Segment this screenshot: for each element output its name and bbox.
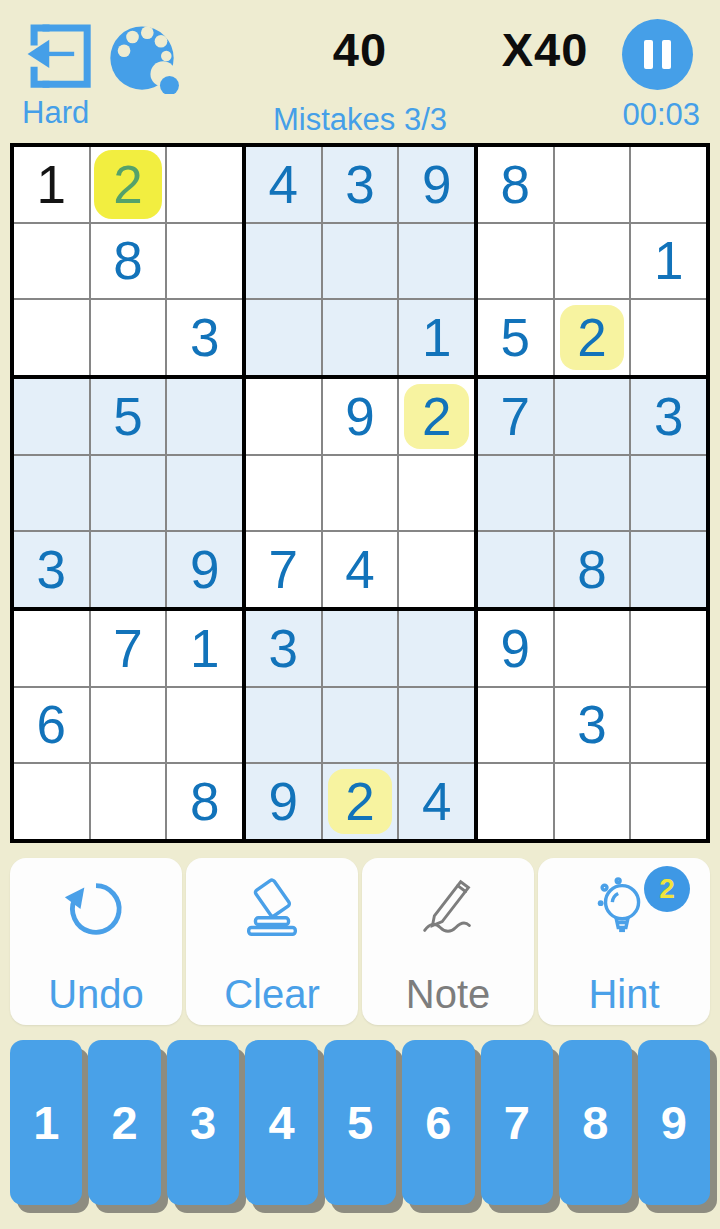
cell-digit: 4: [422, 775, 451, 828]
toolbar: Undo Clear: [10, 858, 710, 1025]
block-1: 4391: [246, 147, 474, 375]
cell-digit: 8: [501, 158, 530, 211]
cell-r7c1[interactable]: [14, 611, 89, 686]
block-5: 738: [478, 379, 706, 607]
cell-r5c3[interactable]: [167, 456, 242, 531]
cell-r6c6[interactable]: [399, 532, 474, 607]
undo-icon: [61, 874, 131, 947]
cell-r4c6[interactable]: 2: [399, 379, 474, 454]
cell-r3c3[interactable]: 3: [167, 300, 242, 375]
block-2: 8152: [478, 147, 706, 375]
cell-r1c4[interactable]: 4: [246, 147, 321, 222]
numpad: 123456789: [10, 1040, 710, 1205]
cell-r6c3[interactable]: 9: [167, 532, 242, 607]
cell-r8c1[interactable]: 6: [14, 688, 89, 763]
cell-r9c6[interactable]: 4: [399, 764, 474, 839]
cell-digit: 1: [37, 158, 66, 211]
cell-digit: 8: [577, 543, 606, 596]
cell-digit: 4: [345, 543, 374, 596]
cell-digit: 2: [422, 390, 451, 443]
cell-r6c8[interactable]: 8: [555, 532, 630, 607]
cell-r9c9[interactable]: [631, 764, 706, 839]
cell-r8c7[interactable]: [478, 688, 553, 763]
cell-r3c5[interactable]: [323, 300, 398, 375]
block-8: 93: [478, 611, 706, 839]
numpad-key-5[interactable]: 5: [324, 1040, 396, 1205]
cell-r1c7[interactable]: 8: [478, 147, 553, 222]
exit-button[interactable]: [20, 16, 98, 94]
cell-r9c5[interactable]: 2: [323, 764, 398, 839]
cell-digit: 4: [269, 158, 298, 211]
cell-r6c1[interactable]: 3: [14, 532, 89, 607]
cell-r9c8[interactable]: [555, 764, 630, 839]
cell-r2c4[interactable]: [246, 224, 321, 299]
pause-button[interactable]: [622, 19, 693, 90]
cell-digit: 7: [501, 390, 530, 443]
note-label: Note: [406, 972, 491, 1017]
block-7: 3924: [246, 611, 474, 839]
clear-button[interactable]: Clear: [186, 858, 358, 1025]
cell-r6c9[interactable]: [631, 532, 706, 607]
cell-r4c8[interactable]: [555, 379, 630, 454]
cell-digit: 9: [269, 775, 298, 828]
hint-count-badge: 2: [644, 866, 690, 912]
cell-digit: 9: [190, 543, 219, 596]
cell-r2c7[interactable]: [478, 224, 553, 299]
cell-r1c9[interactable]: [631, 147, 706, 222]
cell-digit: 2: [577, 311, 606, 364]
cell-r1c6[interactable]: 9: [399, 147, 474, 222]
hint-button[interactable]: 2 Hint: [538, 858, 710, 1025]
numpad-key-3[interactable]: 3: [167, 1040, 239, 1205]
cell-digit: 3: [269, 622, 298, 675]
numpad-key-9[interactable]: 9: [638, 1040, 710, 1205]
hint-label: Hint: [588, 972, 659, 1017]
cell-r1c1[interactable]: 1: [14, 147, 89, 222]
cell-r1c3[interactable]: [167, 147, 242, 222]
cell-r1c5[interactable]: 3: [323, 147, 398, 222]
cell-r2c1[interactable]: [14, 224, 89, 299]
cell-digit: 5: [501, 311, 530, 364]
timer: 00:03: [550, 97, 700, 133]
cell-r8c6[interactable]: [399, 688, 474, 763]
cell-r7c2[interactable]: 7: [91, 611, 166, 686]
cell-digit: 3: [577, 698, 606, 751]
block-6: 7168: [14, 611, 242, 839]
cell-digit: 3: [345, 158, 374, 211]
palette-button[interactable]: [104, 18, 180, 94]
cell-r9c1[interactable]: [14, 764, 89, 839]
block-3: 539: [14, 379, 242, 607]
cell-digit: 8: [113, 234, 142, 287]
cell-r5c1[interactable]: [14, 456, 89, 531]
cell-r3c2[interactable]: [91, 300, 166, 375]
cell-r4c5[interactable]: 9: [323, 379, 398, 454]
cell-r2c2[interactable]: 8: [91, 224, 166, 299]
cell-digit: 8: [190, 775, 219, 828]
cell-r3c9[interactable]: [631, 300, 706, 375]
sudoku-board: 12834391815253992747387168392493: [10, 143, 710, 843]
cell-r1c8[interactable]: [555, 147, 630, 222]
cell-r3c7[interactable]: 5: [478, 300, 553, 375]
cell-digit: 3: [37, 543, 66, 596]
mistakes-counter: Mistakes 3/3: [210, 102, 510, 138]
undo-label: Undo: [48, 972, 144, 1017]
cell-digit: 5: [113, 390, 142, 443]
cell-r7c5[interactable]: [323, 611, 398, 686]
numpad-key-2[interactable]: 2: [88, 1040, 160, 1205]
cell-digit: 9: [422, 158, 451, 211]
cell-digit: 2: [113, 158, 142, 211]
difficulty-label: Hard: [22, 95, 89, 131]
cell-r8c2[interactable]: [91, 688, 166, 763]
cell-r3c6[interactable]: 1: [399, 300, 474, 375]
cell-digit: 1: [654, 234, 683, 287]
note-button[interactable]: Note: [362, 858, 534, 1025]
score-value: 40: [260, 22, 460, 77]
cell-r6c7[interactable]: [478, 532, 553, 607]
cell-r9c7[interactable]: [478, 764, 553, 839]
cell-r7c8[interactable]: [555, 611, 630, 686]
undo-button[interactable]: Undo: [10, 858, 182, 1025]
eraser-icon: [237, 874, 307, 947]
cell-r6c2[interactable]: [91, 532, 166, 607]
numpad-key-8[interactable]: 8: [559, 1040, 631, 1205]
cell-r9c4[interactable]: 9: [246, 764, 321, 839]
cell-digit: 9: [501, 622, 530, 675]
cell-digit: 7: [113, 622, 142, 675]
cell-r5c9[interactable]: [631, 456, 706, 531]
score-multiplier: X40: [455, 22, 635, 77]
cell-digit: 1: [422, 311, 451, 364]
pause-icon: [644, 40, 671, 69]
cell-r2c3[interactable]: [167, 224, 242, 299]
cell-r3c1[interactable]: [14, 300, 89, 375]
cell-r4c2[interactable]: 5: [91, 379, 166, 454]
pencil-icon: [413, 874, 483, 947]
palette-icon: [104, 82, 180, 97]
cell-digit: 3: [654, 390, 683, 443]
cell-digit: 7: [269, 543, 298, 596]
block-4: 9274: [246, 379, 474, 607]
cell-digit: 9: [345, 390, 374, 443]
cell-r1c2[interactable]: 2: [91, 147, 166, 222]
cell-r5c5[interactable]: [323, 456, 398, 531]
cell-r7c7[interactable]: 9: [478, 611, 553, 686]
cell-r7c4[interactable]: 3: [246, 611, 321, 686]
cell-r8c3[interactable]: [167, 688, 242, 763]
cell-r2c6[interactable]: [399, 224, 474, 299]
cell-r4c4[interactable]: [246, 379, 321, 454]
cell-r9c2[interactable]: [91, 764, 166, 839]
cell-r4c3[interactable]: [167, 379, 242, 454]
cell-r5c6[interactable]: [399, 456, 474, 531]
cell-r7c3[interactable]: 1: [167, 611, 242, 686]
cell-r8c8[interactable]: 3: [555, 688, 630, 763]
numpad-key-6[interactable]: 6: [402, 1040, 474, 1205]
cell-digit: 2: [345, 775, 374, 828]
cell-r9c3[interactable]: 8: [167, 764, 242, 839]
cell-r4c1[interactable]: [14, 379, 89, 454]
cell-r6c4[interactable]: 7: [246, 532, 321, 607]
block-0: 1283: [14, 147, 242, 375]
cell-digit: 3: [190, 311, 219, 364]
cell-r7c6[interactable]: [399, 611, 474, 686]
cell-r2c5[interactable]: [323, 224, 398, 299]
cell-r5c4[interactable]: [246, 456, 321, 531]
numpad-key-1[interactable]: 1: [10, 1040, 82, 1205]
numpad-key-7[interactable]: 7: [481, 1040, 553, 1205]
cell-r5c2[interactable]: [91, 456, 166, 531]
cell-r6c5[interactable]: 4: [323, 532, 398, 607]
cell-digit: 6: [37, 698, 66, 751]
cell-r3c4[interactable]: [246, 300, 321, 375]
cell-r3c8[interactable]: 2: [555, 300, 630, 375]
numpad-key-4[interactable]: 4: [245, 1040, 317, 1205]
cell-r7c9[interactable]: [631, 611, 706, 686]
clear-label: Clear: [224, 972, 320, 1017]
cell-r8c5[interactable]: [323, 688, 398, 763]
cell-digit: 1: [190, 622, 219, 675]
cell-r5c8[interactable]: [555, 456, 630, 531]
cell-r4c7[interactable]: 7: [478, 379, 553, 454]
cell-r2c9[interactable]: 1: [631, 224, 706, 299]
cell-r8c9[interactable]: [631, 688, 706, 763]
cell-r8c4[interactable]: [246, 688, 321, 763]
sudoku-app: 40 X40 Hard Mistakes 3/3 00:03 128343918…: [0, 0, 720, 1229]
cell-r5c7[interactable]: [478, 456, 553, 531]
cell-r4c9[interactable]: 3: [631, 379, 706, 454]
cell-r2c8[interactable]: [555, 224, 630, 299]
